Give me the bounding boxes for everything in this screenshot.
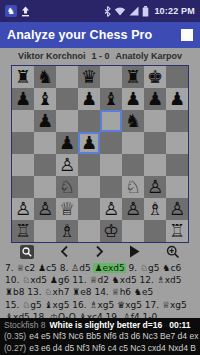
piece-white-c3: ♘ xyxy=(59,176,75,198)
piece-white-a1: ♖ xyxy=(15,220,31,242)
square-f6[interactable]: ♞ xyxy=(122,110,144,132)
piece-black-f7: ♟ xyxy=(125,88,141,110)
piece-white-c2: ♕ xyxy=(59,198,75,220)
piece-black-g7: ♟ xyxy=(147,88,163,110)
engine-evaluation: White is slightly better d=16 xyxy=(50,320,163,330)
square-e1[interactable]: ♔ xyxy=(100,220,122,242)
square-a6[interactable] xyxy=(12,110,34,132)
square-f2[interactable]: ♙ xyxy=(122,198,144,220)
square-b1[interactable] xyxy=(34,220,56,242)
piece-black-d8: ♛ xyxy=(81,66,97,88)
square-f5[interactable] xyxy=(122,132,144,154)
piece-white-a2: ♙ xyxy=(15,198,31,220)
chevron-right-icon xyxy=(95,245,104,258)
square-g5[interactable] xyxy=(144,132,166,154)
move-token[interactable]: ♜b8 13. ♘xh7 ♜e8 14. ♕h6 ♞e5 xyxy=(5,287,153,297)
square-c1[interactable]: ♗ xyxy=(56,220,78,242)
engine-line-2-score: (0.27) xyxy=(4,343,26,353)
piece-black-d5: ♟ xyxy=(81,132,97,154)
analysis-loupe-button[interactable] xyxy=(20,245,34,259)
square-f7[interactable]: ♟ xyxy=(122,88,144,110)
piece-white-c4: ♙ xyxy=(59,154,75,176)
square-c7[interactable] xyxy=(56,88,78,110)
chevron-left-icon xyxy=(60,245,69,258)
square-d6[interactable] xyxy=(78,110,100,132)
move-token[interactable]: 15. ♘g5 ♝xg5 16. ♗xg5 ♛xg5 17. ♕xg5 xyxy=(5,300,187,310)
zoom-in-button[interactable] xyxy=(166,245,180,259)
square-a3[interactable] xyxy=(12,176,34,198)
engine-line-2[interactable]: (0.27)e3 e6 d4 d5 Nf3 Nf6 c4 c5 Nc3 cxd4… xyxy=(4,343,196,354)
square-b4[interactable] xyxy=(34,154,56,176)
engine-line-1-moves: e4 e5 Nf3 Nc6 Bb5 Nf6 d3 d6 Nc3 Be7 d4 e… xyxy=(29,331,198,341)
move-line-2: 10. ♘xd5 ♟g6 11. ♕d2 ♞xd5 12. ♗xd5 xyxy=(5,274,200,286)
move-token[interactable]: 7. ♕c2 ♟c5 8. ♙d5 xyxy=(5,263,93,273)
zoom-plus-icon xyxy=(166,245,180,259)
play-icon xyxy=(129,245,140,258)
move-line-3: ♜b8 13. ♘xh7 ♜e8 14. ♕h6 ♞e5 xyxy=(5,286,200,298)
square-h5[interactable] xyxy=(166,132,188,154)
square-b6[interactable]: ♟ xyxy=(34,110,56,132)
square-a8[interactable]: ♜ xyxy=(12,66,34,88)
square-f4[interactable] xyxy=(122,154,144,176)
piece-black-b6: ♟ xyxy=(37,110,53,132)
engine-line-2-moves: e3 e6 d4 d5 Nf3 Nf6 c4 c5 Nc3 cxd4 Nxd4 … xyxy=(29,343,196,353)
square-g6[interactable] xyxy=(144,110,166,132)
square-h7[interactable]: ♟ xyxy=(166,88,188,110)
square-b8[interactable]: ♞ xyxy=(34,66,56,88)
knight-app-icon: ♞ xyxy=(5,5,17,17)
piece-white-h2: ♙ xyxy=(169,198,185,220)
piece-black-f8: ♜ xyxy=(125,66,141,88)
square-c3[interactable]: ♘ xyxy=(56,176,78,198)
black-player-name: Anatoly Karpov xyxy=(115,51,182,61)
piece-black-g8: ♚ xyxy=(147,66,163,88)
square-e8[interactable] xyxy=(100,66,122,88)
battery-icon xyxy=(142,6,149,17)
current-move[interactable]: ♟exd5 xyxy=(93,263,125,273)
piece-black-h7: ♟ xyxy=(169,88,185,110)
move-token[interactable]: 9. ♘g5 ♞c6 xyxy=(126,263,181,273)
stop-square-icon[interactable] xyxy=(181,29,193,41)
engine-line-1[interactable]: (0.35)e4 e5 Nf3 Nc6 Bb5 Nf6 d3 d6 Nc3 Be… xyxy=(4,331,196,342)
square-d8[interactable]: ♛ xyxy=(78,66,100,88)
square-a1[interactable]: ♖ xyxy=(12,220,34,242)
upload-icon xyxy=(21,6,30,17)
square-g2[interactable]: ♗ xyxy=(144,198,166,220)
piece-white-c1: ♗ xyxy=(59,220,75,242)
square-g3[interactable]: ♙ xyxy=(144,176,166,198)
piece-white-f3: ♘ xyxy=(125,176,141,198)
square-h8[interactable] xyxy=(166,66,188,88)
square-e5[interactable] xyxy=(100,132,122,154)
engine-panel: Stockfish 8White is slightly better d=16… xyxy=(0,318,200,355)
move-list: 7. ♕c2 ♟c5 8. ♙d5 ♟exd5 9. ♘g5 ♞c610. ♘x… xyxy=(0,259,200,323)
piece-white-b2: ♙ xyxy=(37,198,53,220)
square-g7[interactable]: ♟ xyxy=(144,88,166,110)
square-c8[interactable] xyxy=(56,66,78,88)
piece-white-f2: ♙ xyxy=(125,198,141,220)
app-screen: ♞ 10:22 PM Analyze your Chess Pr xyxy=(0,0,200,355)
chess-board[interactable]: ♜♞♛♜♚♟♝♟♝♟♟♟♟♞♟♟♙♘♘♙♙♙♕♙♙♗♙♖♗♔♖ xyxy=(11,65,189,243)
square-d3[interactable] xyxy=(78,176,100,198)
square-f3[interactable]: ♘ xyxy=(122,176,144,198)
play-button[interactable] xyxy=(129,245,140,258)
square-h2[interactable]: ♙ xyxy=(166,198,188,220)
engine-time: 00:11 xyxy=(169,320,190,330)
piece-black-a7: ♟ xyxy=(15,88,31,110)
square-g1[interactable] xyxy=(144,220,166,242)
square-h1[interactable]: ♖ xyxy=(166,220,188,242)
piece-white-e2: ♙ xyxy=(103,198,119,220)
analysis-loupe-icon xyxy=(20,245,34,259)
square-e7[interactable]: ♝ xyxy=(100,88,122,110)
square-a2[interactable]: ♙ xyxy=(12,198,34,220)
square-g4[interactable] xyxy=(144,154,166,176)
square-h6[interactable] xyxy=(166,110,188,132)
square-g8[interactable]: ♚ xyxy=(144,66,166,88)
square-d4[interactable] xyxy=(78,154,100,176)
square-b5[interactable] xyxy=(34,132,56,154)
move-line-4: 15. ♘g5 ♝xg5 16. ♗xg5 ♛xg5 17. ♕xg5 xyxy=(5,299,200,311)
page-title: Analyze your Chess Pro xyxy=(7,28,152,42)
square-b3[interactable] xyxy=(34,176,56,198)
square-c6[interactable] xyxy=(56,110,78,132)
square-a7[interactable]: ♟ xyxy=(12,88,34,110)
piece-white-h1: ♖ xyxy=(169,220,185,242)
square-f1[interactable] xyxy=(122,220,144,242)
piece-white-g3: ♙ xyxy=(147,176,163,198)
white-player-name: Viktor Korchnoi xyxy=(18,51,85,61)
piece-white-g2: ♗ xyxy=(147,198,163,220)
bluetooth-icon xyxy=(104,6,111,17)
piece-black-b7: ♝ xyxy=(37,88,53,110)
square-c2[interactable]: ♕ xyxy=(56,198,78,220)
move-line-1: 7. ♕c2 ♟c5 8. ♙d5 ♟exd5 9. ♘g5 ♞c6 xyxy=(5,262,200,274)
clock-time: 10:22 PM xyxy=(154,6,195,16)
square-h3[interactable] xyxy=(166,176,188,198)
piece-black-e7: ♝ xyxy=(103,88,119,110)
square-f8[interactable]: ♜ xyxy=(122,66,144,88)
square-h4[interactable] xyxy=(166,154,188,176)
square-a4[interactable] xyxy=(12,154,34,176)
square-a5[interactable] xyxy=(12,132,34,154)
engine-name: Stockfish 8 xyxy=(4,320,46,330)
wifi-icon xyxy=(114,7,126,16)
square-d7[interactable]: ♟ xyxy=(78,88,100,110)
square-b2[interactable]: ♙ xyxy=(34,198,56,220)
piece-white-e1: ♔ xyxy=(103,220,119,242)
square-b7[interactable]: ♝ xyxy=(34,88,56,110)
previous-move-button[interactable] xyxy=(60,245,69,258)
square-c4[interactable]: ♙ xyxy=(56,154,78,176)
next-move-button[interactable] xyxy=(95,245,104,258)
square-d2[interactable] xyxy=(78,198,100,220)
piece-black-f6: ♞ xyxy=(125,110,141,132)
game-header: Viktor Korchnoi 1 - 0 Anatoly Karpov xyxy=(0,48,200,64)
piece-black-d7: ♟ xyxy=(81,88,97,110)
game-result: 1 - 0 xyxy=(91,51,109,61)
navigation-toolbar xyxy=(0,243,200,259)
engine-status-line: Stockfish 8White is slightly better d=16… xyxy=(4,320,196,331)
square-e4[interactable] xyxy=(100,154,122,176)
piece-black-b8: ♞ xyxy=(37,66,53,88)
title-bar: Analyze your Chess Pro xyxy=(0,22,200,48)
signal-icon xyxy=(129,6,139,16)
piece-black-a8: ♜ xyxy=(15,66,31,88)
status-bar: ♞ 10:22 PM xyxy=(0,0,200,22)
piece-black-c5: ♟ xyxy=(59,132,75,154)
square-e3[interactable] xyxy=(100,176,122,198)
engine-line-1-score: (0.35) xyxy=(4,331,26,341)
square-e6[interactable] xyxy=(100,110,122,132)
square-d1[interactable] xyxy=(78,220,100,242)
move-token[interactable]: 10. ♘xd5 ♟g6 11. ♕d2 ♞xd5 12. ♗xd5 xyxy=(5,275,181,285)
square-d5[interactable]: ♟ xyxy=(78,132,100,154)
square-e2[interactable]: ♙ xyxy=(100,198,122,220)
square-c5[interactable]: ♟ xyxy=(56,132,78,154)
